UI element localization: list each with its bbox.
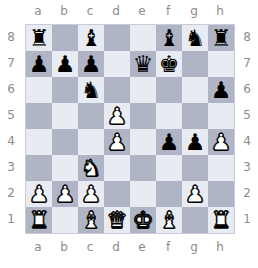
file-label-c-bottom: c: [77, 236, 103, 258]
square-f3[interactable]: [156, 155, 182, 181]
file-label-f-bottom: f: [155, 236, 181, 258]
rank-label-8-right: 8: [236, 24, 258, 50]
file-label-c-top: c: [77, 0, 103, 22]
square-h1[interactable]: ♜: [208, 207, 234, 233]
square-f8[interactable]: ♝: [156, 25, 182, 51]
rank-label-3-left: 3: [0, 154, 22, 180]
square-f4[interactable]: ♟: [156, 129, 182, 155]
piece-white-bishop[interactable]: ♝: [156, 207, 182, 233]
square-g7[interactable]: [182, 51, 208, 77]
square-b7[interactable]: ♟: [52, 51, 78, 77]
square-e2[interactable]: [130, 181, 156, 207]
piece-white-pawn[interactable]: ♟: [26, 181, 52, 207]
piece-black-pawn[interactable]: ♟: [52, 51, 78, 77]
square-a5[interactable]: [26, 103, 52, 129]
piece-black-pawn[interactable]: ♟: [26, 51, 52, 77]
piece-black-pawn[interactable]: ♟: [156, 129, 182, 155]
square-b4[interactable]: [52, 129, 78, 155]
square-c4[interactable]: [78, 129, 104, 155]
square-c5[interactable]: [78, 103, 104, 129]
square-e5[interactable]: [130, 103, 156, 129]
square-d1[interactable]: ♛: [104, 207, 130, 233]
chess-board-widget: abcdefgh 87654321 ♜♝♝♞♜♟♟♟♛♚♞♟♟♟♟♟♟♞♟♟♟♟…: [0, 0, 258, 268]
rank-label-6-left: 6: [0, 76, 22, 102]
square-g1[interactable]: [182, 207, 208, 233]
square-h4[interactable]: ♟: [208, 129, 234, 155]
square-d5[interactable]: ♟: [104, 103, 130, 129]
square-g8[interactable]: ♞: [182, 25, 208, 51]
square-b6[interactable]: [52, 77, 78, 103]
file-label-g-bottom: g: [181, 236, 207, 258]
square-g5[interactable]: [182, 103, 208, 129]
file-label-e-top: e: [129, 0, 155, 22]
file-labels-top: abcdefgh: [25, 0, 233, 22]
piece-white-king[interactable]: ♚: [130, 207, 156, 233]
square-c6[interactable]: ♞: [78, 77, 104, 103]
file-label-h-top: h: [207, 0, 233, 22]
file-label-b-top: b: [51, 0, 77, 22]
rank-label-2-left: 2: [0, 180, 22, 206]
piece-white-queen[interactable]: ♛: [104, 207, 130, 233]
square-c3[interactable]: ♞: [78, 155, 104, 181]
square-h3[interactable]: [208, 155, 234, 181]
rank-labels-left: 87654321: [0, 24, 22, 232]
square-d6[interactable]: [104, 77, 130, 103]
rank-label-6-right: 6: [236, 76, 258, 102]
rank-label-2-right: 2: [236, 180, 258, 206]
piece-white-pawn[interactable]: ♟: [104, 129, 130, 155]
square-g3[interactable]: [182, 155, 208, 181]
rank-label-5-right: 5: [236, 102, 258, 128]
square-b8[interactable]: [52, 25, 78, 51]
piece-black-pawn[interactable]: ♟: [78, 51, 104, 77]
file-label-g-top: g: [181, 0, 207, 22]
square-g4[interactable]: ♟: [182, 129, 208, 155]
piece-black-bishop[interactable]: ♝: [78, 25, 104, 51]
file-label-d-top: d: [103, 0, 129, 22]
piece-black-pawn[interactable]: ♟: [208, 77, 234, 103]
piece-black-bishop[interactable]: ♝: [156, 25, 182, 51]
file-label-f-top: f: [155, 0, 181, 22]
file-label-d-bottom: d: [103, 236, 129, 258]
square-a3[interactable]: [26, 155, 52, 181]
chess-board[interactable]: ♜♝♝♞♜♟♟♟♛♚♞♟♟♟♟♟♟♞♟♟♟♟♜♝♛♚♝♜: [25, 24, 235, 234]
square-b5[interactable]: [52, 103, 78, 129]
rank-label-1-right: 1: [236, 206, 258, 232]
rank-label-5-left: 5: [0, 102, 22, 128]
piece-white-bishop[interactable]: ♝: [78, 207, 104, 233]
square-a6[interactable]: [26, 77, 52, 103]
piece-white-pawn[interactable]: ♟: [78, 181, 104, 207]
piece-black-queen[interactable]: ♛: [130, 51, 156, 77]
piece-black-pawn[interactable]: ♟: [182, 129, 208, 155]
square-a4[interactable]: [26, 129, 52, 155]
square-h8[interactable]: ♜: [208, 25, 234, 51]
square-d4[interactable]: ♟: [104, 129, 130, 155]
square-b3[interactable]: [52, 155, 78, 181]
rank-label-4-left: 4: [0, 128, 22, 154]
file-label-h-bottom: h: [207, 236, 233, 258]
square-c1[interactable]: ♝: [78, 207, 104, 233]
piece-white-knight[interactable]: ♞: [78, 155, 104, 181]
square-e4[interactable]: [130, 129, 156, 155]
square-h2[interactable]: [208, 181, 234, 207]
square-e6[interactable]: [130, 77, 156, 103]
file-labels-bottom: abcdefgh: [25, 236, 233, 258]
square-c7[interactable]: ♟: [78, 51, 104, 77]
piece-white-pawn[interactable]: ♟: [104, 103, 130, 129]
square-a8[interactable]: ♜: [26, 25, 52, 51]
square-b2[interactable]: ♟: [52, 181, 78, 207]
piece-black-king[interactable]: ♚: [156, 51, 182, 77]
square-e8[interactable]: [130, 25, 156, 51]
square-h6[interactable]: ♟: [208, 77, 234, 103]
piece-white-pawn[interactable]: ♟: [52, 181, 78, 207]
square-a1[interactable]: ♜: [26, 207, 52, 233]
square-g6[interactable]: [182, 77, 208, 103]
square-h7[interactable]: [208, 51, 234, 77]
square-f1[interactable]: ♝: [156, 207, 182, 233]
rank-label-7-right: 7: [236, 50, 258, 76]
square-d3[interactable]: [104, 155, 130, 181]
square-e7[interactable]: ♛: [130, 51, 156, 77]
square-b1[interactable]: [52, 207, 78, 233]
square-f6[interactable]: [156, 77, 182, 103]
piece-white-pawn[interactable]: ♟: [208, 129, 234, 155]
piece-white-rook[interactable]: ♜: [208, 207, 234, 233]
rank-labels-right: 87654321: [236, 24, 258, 232]
rank-label-3-right: 3: [236, 154, 258, 180]
square-g2[interactable]: ♟: [182, 181, 208, 207]
rank-label-8-left: 8: [0, 24, 22, 50]
square-f5[interactable]: [156, 103, 182, 129]
square-d7[interactable]: [104, 51, 130, 77]
piece-white-rook[interactable]: ♜: [26, 207, 52, 233]
square-e3[interactable]: [130, 155, 156, 181]
file-label-b-bottom: b: [51, 236, 77, 258]
square-c2[interactable]: ♟: [78, 181, 104, 207]
square-h5[interactable]: [208, 103, 234, 129]
rank-label-4-right: 4: [236, 128, 258, 154]
square-a2[interactable]: ♟: [26, 181, 52, 207]
square-f2[interactable]: [156, 181, 182, 207]
piece-black-rook[interactable]: ♜: [26, 25, 52, 51]
square-d8[interactable]: [104, 25, 130, 51]
square-a7[interactable]: ♟: [26, 51, 52, 77]
piece-black-rook[interactable]: ♜: [208, 25, 234, 51]
piece-white-pawn[interactable]: ♟: [182, 181, 208, 207]
square-c8[interactable]: ♝: [78, 25, 104, 51]
piece-black-knight[interactable]: ♞: [78, 77, 104, 103]
square-d2[interactable]: [104, 181, 130, 207]
file-label-a-bottom: a: [25, 236, 51, 258]
rank-label-7-left: 7: [0, 50, 22, 76]
file-label-e-bottom: e: [129, 236, 155, 258]
rank-label-1-left: 1: [0, 206, 22, 232]
piece-black-knight[interactable]: ♞: [182, 25, 208, 51]
square-e1[interactable]: ♚: [130, 207, 156, 233]
file-label-a-top: a: [25, 0, 51, 22]
square-f7[interactable]: ♚: [156, 51, 182, 77]
